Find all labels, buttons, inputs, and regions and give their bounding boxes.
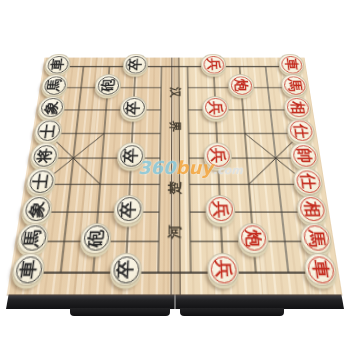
watermark-com: .com xyxy=(213,164,243,177)
piece-glyph: 兵 xyxy=(212,201,230,218)
piece-glyph: 兵 xyxy=(206,58,221,70)
board-fold-slit xyxy=(174,294,176,309)
piece-glyph: 兵 xyxy=(214,260,233,279)
piece-black-soldier[interactable]: 卒 xyxy=(120,96,147,119)
piece-glyph: 馬 xyxy=(306,229,326,247)
piece-black-soldier[interactable]: 卒 xyxy=(113,195,144,224)
board-foot-right xyxy=(180,308,284,316)
piece-glyph: 士 xyxy=(32,174,51,190)
piece-glyph: 卒 xyxy=(120,201,138,218)
piece-glyph: 相 xyxy=(289,101,306,114)
piece-glyph: 砲 xyxy=(86,229,105,247)
product-photo-stage: 汉界楚河 車卒兵車馬砲炮馬象卒兵相士仕将卒兵帥士仕象卒兵相馬砲炮馬車卒兵車 36… xyxy=(0,0,350,350)
piece-glyph: 炮 xyxy=(244,229,263,247)
piece-glyph: 兵 xyxy=(208,101,224,114)
piece-glyph: 砲 xyxy=(100,79,116,92)
piece-glyph: 相 xyxy=(302,201,321,218)
piece-glyph: 帥 xyxy=(295,148,313,163)
piece-red-soldier[interactable]: 兵 xyxy=(201,54,227,75)
piece-glyph: 車 xyxy=(310,260,331,279)
piece-glyph: 炮 xyxy=(233,79,249,92)
river-label-3: 楚 xyxy=(164,178,185,198)
piece-glyph: 卒 xyxy=(128,58,143,70)
piece-glyph: 車 xyxy=(283,58,299,70)
piece-glyph: 将 xyxy=(36,148,54,163)
piece-glyph: 馬 xyxy=(286,79,302,92)
board-base xyxy=(6,294,344,309)
river-label-4: 河 xyxy=(164,221,186,243)
watermark-360buy: 360buy.com xyxy=(138,157,243,178)
piece-glyph: 仕 xyxy=(299,174,318,190)
piece-glyph: 象 xyxy=(43,101,60,114)
piece-glyph: 士 xyxy=(39,124,56,138)
watermark-360: 360 xyxy=(138,157,176,178)
piece-glyph: 卒 xyxy=(116,260,135,279)
river-label-2: 界 xyxy=(165,118,184,135)
river-label-1: 汉 xyxy=(165,84,184,100)
piece-glyph: 車 xyxy=(18,260,39,279)
piece-glyph: 仕 xyxy=(292,124,309,138)
piece-glyph: 車 xyxy=(50,58,66,70)
piece-glyph: 馬 xyxy=(23,229,43,247)
board-foot-left xyxy=(70,308,170,316)
watermark-buy: buy xyxy=(176,157,213,178)
piece-glyph: 卒 xyxy=(126,101,142,114)
piece-glyph: 馬 xyxy=(46,79,62,92)
piece-glyph: 卒 xyxy=(123,148,140,163)
piece-glyph: 象 xyxy=(28,201,47,218)
